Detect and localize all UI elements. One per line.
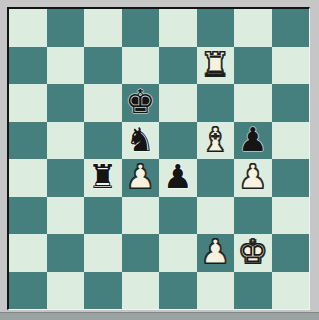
square-g1[interactable]: [234, 272, 272, 310]
square-e5[interactable]: [159, 122, 197, 160]
square-f8[interactable]: [197, 9, 235, 47]
chess-board: ♜♚♞♝♟♜♟♟♟♟♚: [9, 9, 309, 309]
square-h4[interactable]: [272, 159, 310, 197]
square-e1[interactable]: [159, 272, 197, 310]
square-a3[interactable]: [9, 197, 47, 235]
square-e2[interactable]: [159, 234, 197, 272]
square-b5[interactable]: [47, 122, 85, 160]
square-a6[interactable]: [9, 84, 47, 122]
square-h3[interactable]: [272, 197, 310, 235]
square-e4[interactable]: ♟: [159, 159, 197, 197]
square-c4[interactable]: ♜: [84, 159, 122, 197]
square-a7[interactable]: [9, 47, 47, 85]
square-h8[interactable]: [272, 9, 310, 47]
square-d2[interactable]: [122, 234, 160, 272]
black-king[interactable]: ♚: [125, 83, 155, 121]
square-f3[interactable]: [197, 197, 235, 235]
square-g6[interactable]: [234, 84, 272, 122]
window-bottom-edge: [0, 312, 319, 320]
square-b3[interactable]: [47, 197, 85, 235]
black-pawn[interactable]: ♟: [238, 121, 268, 159]
square-b2[interactable]: [47, 234, 85, 272]
square-d5[interactable]: ♞: [122, 122, 160, 160]
square-g2[interactable]: ♚: [234, 234, 272, 272]
square-a8[interactable]: [9, 9, 47, 47]
square-c3[interactable]: [84, 197, 122, 235]
square-a2[interactable]: [9, 234, 47, 272]
square-h6[interactable]: [272, 84, 310, 122]
white-rook[interactable]: ♜: [200, 46, 230, 84]
square-a1[interactable]: [9, 272, 47, 310]
square-g3[interactable]: [234, 197, 272, 235]
square-b1[interactable]: [47, 272, 85, 310]
square-d7[interactable]: [122, 47, 160, 85]
white-pawn[interactable]: ♟: [125, 158, 155, 196]
square-c8[interactable]: [84, 9, 122, 47]
square-c1[interactable]: [84, 272, 122, 310]
square-e3[interactable]: [159, 197, 197, 235]
square-h1[interactable]: [272, 272, 310, 310]
square-f7[interactable]: ♜: [197, 47, 235, 85]
black-knight[interactable]: ♞: [125, 121, 155, 159]
black-pawn[interactable]: ♟: [163, 158, 193, 196]
square-g8[interactable]: [234, 9, 272, 47]
white-pawn[interactable]: ♟: [238, 158, 268, 196]
square-f6[interactable]: [197, 84, 235, 122]
square-e6[interactable]: [159, 84, 197, 122]
square-d4[interactable]: ♟: [122, 159, 160, 197]
square-a4[interactable]: [9, 159, 47, 197]
square-b4[interactable]: [47, 159, 85, 197]
board-frame: ♜♚♞♝♟♜♟♟♟♟♚: [7, 7, 310, 310]
square-c6[interactable]: [84, 84, 122, 122]
square-g5[interactable]: ♟: [234, 122, 272, 160]
square-g7[interactable]: [234, 47, 272, 85]
square-f4[interactable]: [197, 159, 235, 197]
square-h5[interactable]: [272, 122, 310, 160]
square-f1[interactable]: [197, 272, 235, 310]
square-h2[interactable]: [272, 234, 310, 272]
square-e8[interactable]: [159, 9, 197, 47]
square-c7[interactable]: [84, 47, 122, 85]
square-d3[interactable]: [122, 197, 160, 235]
square-b8[interactable]: [47, 9, 85, 47]
page-background: ♜♚♞♝♟♜♟♟♟♟♚: [0, 0, 319, 320]
square-f2[interactable]: ♟: [197, 234, 235, 272]
square-c2[interactable]: [84, 234, 122, 272]
square-h7[interactable]: [272, 47, 310, 85]
square-f5[interactable]: ♝: [197, 122, 235, 160]
square-d6[interactable]: ♚: [122, 84, 160, 122]
white-king[interactable]: ♚: [238, 233, 268, 271]
square-a5[interactable]: [9, 122, 47, 160]
square-g4[interactable]: ♟: [234, 159, 272, 197]
square-b7[interactable]: [47, 47, 85, 85]
black-rook[interactable]: ♜: [88, 158, 118, 196]
square-d8[interactable]: [122, 9, 160, 47]
white-bishop[interactable]: ♝: [200, 121, 230, 159]
square-b6[interactable]: [47, 84, 85, 122]
square-e7[interactable]: [159, 47, 197, 85]
square-d1[interactable]: [122, 272, 160, 310]
square-c5[interactable]: [84, 122, 122, 160]
white-pawn[interactable]: ♟: [200, 233, 230, 271]
